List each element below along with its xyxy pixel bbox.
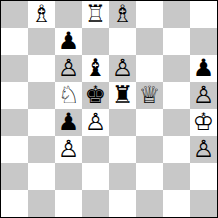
square-h3[interactable]: ♙ bbox=[190, 136, 217, 163]
black-pawn-icon: ♟ bbox=[193, 56, 215, 80]
square-c2[interactable] bbox=[55, 163, 82, 190]
square-a8[interactable] bbox=[1, 1, 28, 28]
square-h4[interactable]: ♔ bbox=[190, 109, 217, 136]
square-f8[interactable] bbox=[136, 1, 163, 28]
black-pawn-icon: ♟ bbox=[58, 29, 80, 53]
square-e4[interactable] bbox=[109, 109, 136, 136]
black-king-icon: ♚ bbox=[85, 83, 107, 107]
square-a7[interactable] bbox=[1, 28, 28, 55]
square-e5[interactable]: ♜ bbox=[109, 82, 136, 109]
square-a1[interactable] bbox=[1, 190, 28, 217]
square-h6[interactable]: ♟ bbox=[190, 55, 217, 82]
square-c6[interactable]: ♙ bbox=[55, 55, 82, 82]
square-g2[interactable] bbox=[163, 163, 190, 190]
square-d6[interactable]: ♝ bbox=[82, 55, 109, 82]
square-d1[interactable] bbox=[82, 190, 109, 217]
square-d3[interactable] bbox=[82, 136, 109, 163]
square-h2[interactable] bbox=[190, 163, 217, 190]
square-e6[interactable]: ♙ bbox=[109, 55, 136, 82]
square-a4[interactable] bbox=[1, 109, 28, 136]
black-rook-icon: ♜ bbox=[112, 83, 134, 107]
white-pawn-icon: ♙ bbox=[58, 137, 80, 161]
square-b5[interactable] bbox=[28, 82, 55, 109]
square-h5[interactable]: ♙ bbox=[190, 82, 217, 109]
square-d8[interactable]: ♖ bbox=[82, 1, 109, 28]
square-e2[interactable] bbox=[109, 163, 136, 190]
square-d4[interactable]: ♙ bbox=[82, 109, 109, 136]
square-a6[interactable] bbox=[1, 55, 28, 82]
square-e7[interactable] bbox=[109, 28, 136, 55]
square-c3[interactable]: ♙ bbox=[55, 136, 82, 163]
square-f4[interactable] bbox=[136, 109, 163, 136]
square-b8[interactable]: ♗ bbox=[28, 1, 55, 28]
white-pawn-icon: ♙ bbox=[193, 83, 215, 107]
square-b2[interactable] bbox=[28, 163, 55, 190]
white-pawn-icon: ♙ bbox=[193, 137, 215, 161]
white-bishop-icon: ♗ bbox=[112, 2, 134, 26]
white-rook-icon: ♖ bbox=[85, 2, 107, 26]
square-d7[interactable] bbox=[82, 28, 109, 55]
square-b4[interactable] bbox=[28, 109, 55, 136]
square-c7[interactable]: ♟ bbox=[55, 28, 82, 55]
square-c8[interactable] bbox=[55, 1, 82, 28]
square-f7[interactable] bbox=[136, 28, 163, 55]
square-g5[interactable] bbox=[163, 82, 190, 109]
black-bishop-icon: ♝ bbox=[85, 56, 107, 80]
square-f6[interactable] bbox=[136, 55, 163, 82]
chess-diagram: ♗♖♗♟♙♝♙♟♘♚♜♕♙♟♙♔♙♙ bbox=[0, 0, 218, 218]
square-h1[interactable] bbox=[190, 190, 217, 217]
square-c4[interactable]: ♟ bbox=[55, 109, 82, 136]
white-bishop-icon: ♗ bbox=[31, 2, 53, 26]
white-pawn-icon: ♙ bbox=[58, 56, 80, 80]
square-h8[interactable] bbox=[190, 1, 217, 28]
square-g8[interactable] bbox=[163, 1, 190, 28]
white-king-icon: ♔ bbox=[193, 110, 215, 134]
white-queen-icon: ♕ bbox=[139, 83, 161, 107]
square-c1[interactable] bbox=[55, 190, 82, 217]
square-g4[interactable] bbox=[163, 109, 190, 136]
square-b3[interactable] bbox=[28, 136, 55, 163]
square-a3[interactable] bbox=[1, 136, 28, 163]
square-g3[interactable] bbox=[163, 136, 190, 163]
square-h7[interactable] bbox=[190, 28, 217, 55]
square-f5[interactable]: ♕ bbox=[136, 82, 163, 109]
white-knight-icon: ♘ bbox=[58, 83, 80, 107]
square-d5[interactable]: ♚ bbox=[82, 82, 109, 109]
square-b1[interactable] bbox=[28, 190, 55, 217]
square-a2[interactable] bbox=[1, 163, 28, 190]
square-a5[interactable] bbox=[1, 82, 28, 109]
black-pawn-icon: ♟ bbox=[58, 110, 80, 134]
square-f3[interactable] bbox=[136, 136, 163, 163]
chess-board: ♗♖♗♟♙♝♙♟♘♚♜♕♙♟♙♔♙♙ bbox=[0, 0, 218, 218]
square-b7[interactable] bbox=[28, 28, 55, 55]
square-f1[interactable] bbox=[136, 190, 163, 217]
square-b6[interactable] bbox=[28, 55, 55, 82]
square-e3[interactable] bbox=[109, 136, 136, 163]
square-g7[interactable] bbox=[163, 28, 190, 55]
square-g1[interactable] bbox=[163, 190, 190, 217]
square-e8[interactable]: ♗ bbox=[109, 1, 136, 28]
white-pawn-icon: ♙ bbox=[112, 56, 134, 80]
square-f2[interactable] bbox=[136, 163, 163, 190]
square-g6[interactable] bbox=[163, 55, 190, 82]
white-pawn-icon: ♙ bbox=[85, 110, 107, 134]
square-e1[interactable] bbox=[109, 190, 136, 217]
square-d2[interactable] bbox=[82, 163, 109, 190]
square-c5[interactable]: ♘ bbox=[55, 82, 82, 109]
